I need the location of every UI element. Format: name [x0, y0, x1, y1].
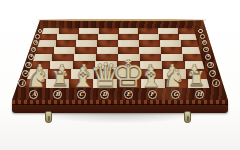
rank-label-right-1-text: 1	[214, 81, 217, 86]
square-g7[interactable]	[159, 34, 179, 41]
board-front-edge	[12, 100, 228, 113]
piece-white-rook-h1[interactable]: ♜	[187, 69, 206, 90]
square-d8[interactable]	[99, 28, 119, 34]
square-b8[interactable]	[59, 28, 79, 34]
square-c7[interactable]	[78, 34, 98, 41]
board-far-edge-highlight	[38, 19, 206, 21]
square-g6[interactable]	[160, 40, 181, 47]
piece-white-knight-g1[interactable]: ♞	[162, 66, 185, 92]
rank-label-right-3-text: 3	[209, 63, 212, 67]
square-b7[interactable]	[57, 34, 77, 41]
rank-strip-7	[37, 34, 200, 41]
rank-label-left-4-text: 4	[30, 55, 33, 59]
piece-white-bishop-f1[interactable]: ♝	[139, 64, 164, 91]
rank-label-left-1-text: 1	[21, 81, 24, 86]
square-f8[interactable]	[138, 28, 158, 34]
rank-label-left-6-text: 6	[35, 41, 37, 44]
file-label-a-text: A	[32, 92, 36, 98]
piece-white-knight-a1[interactable]: ♞	[26, 66, 49, 92]
rank-label-left-5-text: 5	[32, 48, 34, 51]
square-e8[interactable]	[119, 28, 139, 34]
square-e6[interactable]	[118, 40, 139, 47]
brass-clasp-left[interactable]	[45, 111, 52, 123]
rank-label-right-5: 5	[203, 47, 208, 52]
rank-label-right-6: 6	[202, 40, 207, 45]
rank-label-left-8	[38, 29, 42, 33]
square-c5[interactable]	[75, 46, 96, 54]
file-label-h: H	[195, 90, 204, 99]
square-d7[interactable]	[98, 34, 118, 41]
square-f6[interactable]	[139, 40, 160, 47]
file-label-b-text: B	[55, 92, 60, 98]
rank-label-right-1: 1	[212, 79, 220, 87]
rank-label-left-4: 4	[28, 54, 34, 60]
rank-label-right-7	[200, 34, 205, 39]
rank-label-right-2-text: 2	[211, 71, 214, 75]
rank-label-right-4: 4	[205, 54, 211, 60]
square-g5[interactable]	[161, 46, 182, 54]
rank-label-right-6-text: 6	[203, 41, 205, 44]
rank-label-right-3: 3	[207, 62, 213, 68]
square-e7[interactable]	[118, 34, 138, 41]
brass-clasp-right[interactable]	[184, 111, 191, 123]
rank-label-right-4-text: 4	[207, 55, 210, 59]
square-b5[interactable]	[54, 46, 75, 54]
file-label-g-text: G	[173, 92, 178, 98]
chess-set-photo: ABCDEFGH112233445566 ♟♟♟♟♟♟♟♟♞♜♝♛♚♝♞♜	[0, 0, 240, 150]
rank-strip-8	[39, 28, 198, 34]
file-label-h-text: H	[197, 92, 202, 98]
square-c8[interactable]	[79, 28, 99, 34]
rank-label-right-5-text: 5	[205, 48, 207, 51]
square-g8[interactable]	[158, 28, 178, 34]
file-label-b: B	[53, 90, 62, 99]
square-d6[interactable]	[97, 40, 118, 47]
rank-label-right-8	[198, 29, 202, 33]
piece-white-rook-b1[interactable]: ♜	[51, 69, 70, 90]
square-f7[interactable]	[139, 34, 159, 41]
rank-strip-6	[35, 40, 202, 47]
square-c6[interactable]	[76, 40, 97, 47]
square-b6[interactable]	[56, 40, 77, 47]
